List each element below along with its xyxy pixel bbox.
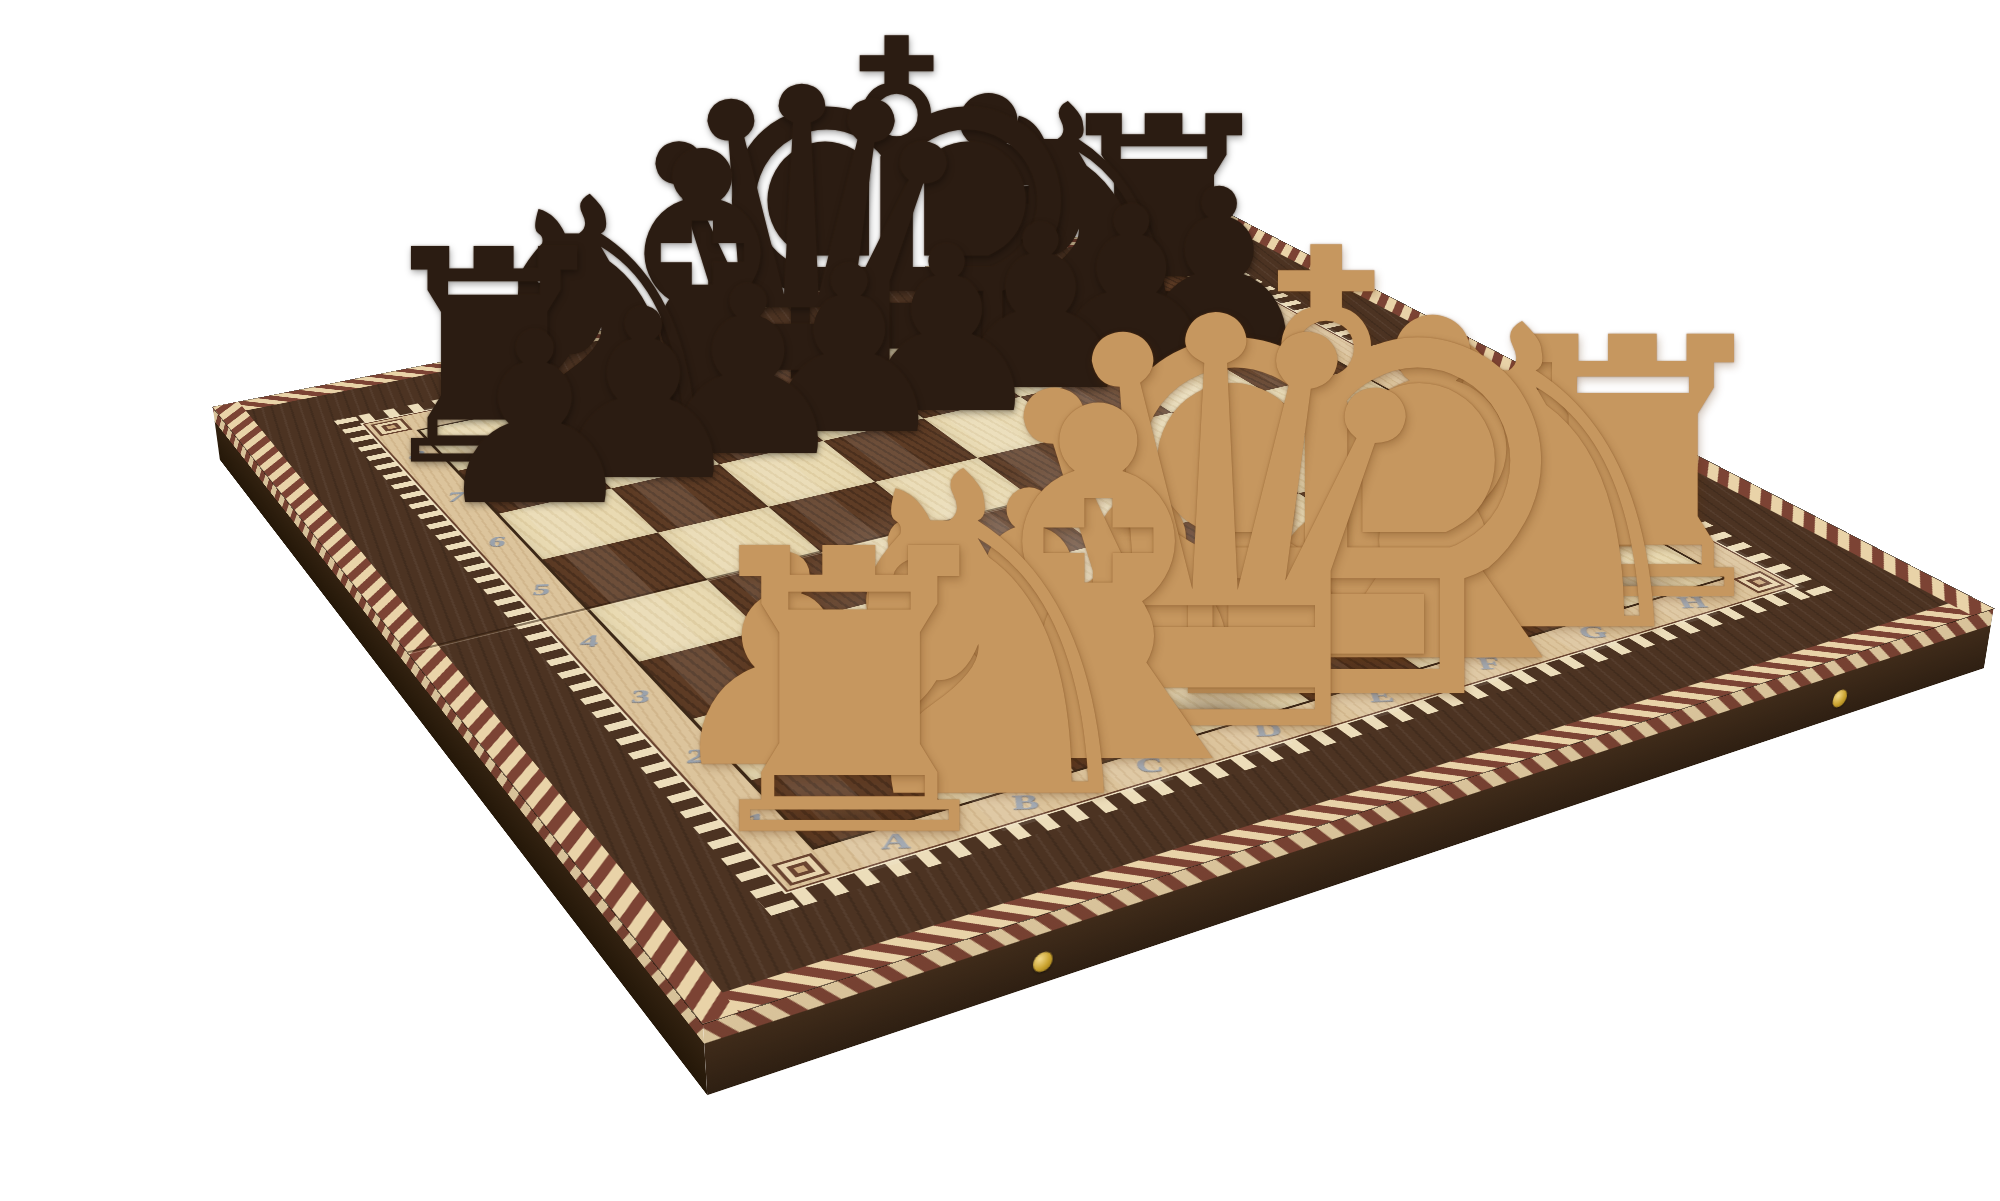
pieces-layer: ♜♞♝♛♚♝♞♜♟♟♟♟♟♟♟♟♟♟♟♟♟♟♟♟♜♞♝♛♚♝♞♜ (0, 0, 2000, 1201)
piece-black-pawn[interactable]: ♟ (429, 302, 641, 539)
piece-white-rook[interactable]: ♜ (674, 500, 1025, 891)
scene: ABCDEFGH12345678 ♜♞♝♛♚♝♞♜♟♟♟♟♟♟♟♟♟♟♟♟♟♟♟… (0, 0, 2000, 1201)
